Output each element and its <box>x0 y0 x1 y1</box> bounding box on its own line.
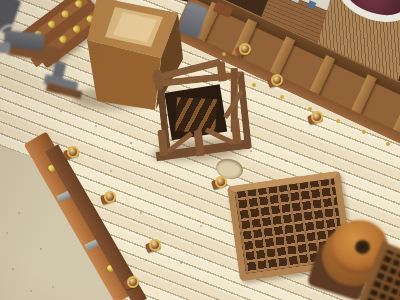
railing-post <box>217 61 227 82</box>
ringbolt <box>64 146 79 159</box>
ringbolt <box>308 111 323 124</box>
winch-drum <box>0 42 10 53</box>
ringbolt <box>124 276 139 289</box>
photo-frame <box>0 0 400 300</box>
ringbolt-ring <box>127 276 139 288</box>
ringbolt <box>146 239 161 252</box>
ringbolt-ring <box>104 191 116 203</box>
label-mark <box>307 0 316 9</box>
ringbolt-ring <box>67 146 79 158</box>
ringbolt <box>268 74 283 87</box>
ringbolt-ring <box>149 239 161 251</box>
ringbolt <box>236 43 251 56</box>
ringbolt-ring <box>311 111 323 123</box>
capstan-centre-hole <box>355 240 370 254</box>
ringbolt-ring <box>215 176 227 188</box>
ringbolt-ring <box>239 43 251 55</box>
frame-timber <box>269 36 295 77</box>
ringbolt <box>101 191 116 204</box>
model-ship-photo <box>0 0 400 300</box>
ringbolt <box>212 176 227 189</box>
ladderway <box>141 59 255 169</box>
frame-timber <box>309 55 335 96</box>
ringbolt-ring <box>271 74 283 86</box>
frame-timber <box>351 74 377 115</box>
small-roll-label <box>274 0 334 12</box>
label-mark <box>292 0 301 3</box>
